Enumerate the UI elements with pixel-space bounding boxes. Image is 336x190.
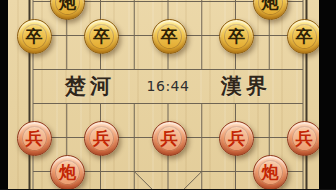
red-cannon-glyph: 炮 — [258, 160, 283, 185]
black-soldier-glyph: 卒 — [22, 24, 47, 49]
piece-black-soldier[interactable]: 卒 — [84, 19, 119, 54]
piece-red-soldier[interactable]: 兵 — [287, 121, 322, 156]
letterbox-right — [319, 0, 336, 189]
piece-red-soldier[interactable]: 兵 — [219, 121, 254, 156]
letterbox-left — [0, 0, 8, 189]
game-timer: 16:44 — [147, 78, 190, 94]
black-soldier-glyph: 卒 — [89, 24, 114, 49]
piece-red-soldier[interactable]: 兵 — [152, 121, 187, 156]
red-soldier-glyph: 兵 — [157, 126, 182, 151]
red-soldier-glyph: 兵 — [89, 126, 114, 151]
piece-black-soldier[interactable]: 卒 — [287, 19, 322, 54]
piece-black-soldier[interactable]: 卒 — [219, 19, 254, 54]
black-soldier-glyph: 卒 — [224, 24, 249, 49]
red-soldier-glyph: 兵 — [22, 126, 47, 151]
xiangqi-board: 楚河 16:44 漢界 炮炮卒卒卒卒卒兵兵兵兵兵炮炮 — [8, 0, 319, 189]
piece-red-cannon[interactable]: 炮 — [253, 155, 288, 190]
piece-red-cannon[interactable]: 炮 — [50, 155, 85, 190]
black-cannon-glyph: 炮 — [55, 0, 80, 15]
black-cannon-glyph: 炮 — [258, 0, 283, 15]
piece-black-soldier[interactable]: 卒 — [17, 19, 52, 54]
black-soldier-glyph: 卒 — [157, 24, 182, 49]
piece-red-soldier[interactable]: 兵 — [17, 121, 52, 156]
river-label-chu-he: 楚河 — [65, 72, 115, 100]
river-label-han-jie: 漢界 — [221, 72, 271, 100]
red-soldier-glyph: 兵 — [224, 126, 249, 151]
red-cannon-glyph: 炮 — [55, 160, 80, 185]
xiangqi-game-screen: 楚河 16:44 漢界 炮炮卒卒卒卒卒兵兵兵兵兵炮炮 — [0, 0, 336, 189]
piece-red-soldier[interactable]: 兵 — [84, 121, 119, 156]
red-soldier-glyph: 兵 — [292, 126, 317, 151]
piece-black-soldier[interactable]: 卒 — [152, 19, 187, 54]
black-soldier-glyph: 卒 — [292, 24, 317, 49]
